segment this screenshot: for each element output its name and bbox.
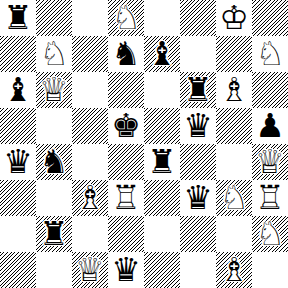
square-c5[interactable] <box>72 108 108 144</box>
black-knight-icon: ♞ <box>108 36 144 72</box>
square-h5[interactable]: ♟♟ <box>252 108 288 144</box>
black-bishop-icon: ♝ <box>144 36 180 72</box>
square-g7[interactable] <box>216 36 252 72</box>
square-h8[interactable] <box>252 0 288 36</box>
black-queen-icon: ♛ <box>180 180 216 216</box>
square-h6[interactable] <box>252 72 288 108</box>
square-g3[interactable]: ♞♘ <box>216 180 252 216</box>
white-bishop-icon: ♗ <box>216 72 252 108</box>
square-d8[interactable]: ♞♘ <box>108 0 144 36</box>
piece-halo: ♝ <box>216 72 252 108</box>
square-g1[interactable]: ♝♗ <box>216 252 252 288</box>
square-f5[interactable]: ♛♛ <box>180 108 216 144</box>
piece-halo: ♛ <box>180 180 216 216</box>
piece-halo: ♝ <box>72 180 108 216</box>
square-b2[interactable]: ♜♜ <box>36 216 72 252</box>
piece-halo: ♝ <box>216 252 252 288</box>
piece-halo: ♛ <box>0 144 36 180</box>
chess-board: ♜♜♞♘♚♔♞♘♞♞♝♝♞♘♝♝♛♕♜♜♝♗♚♚♛♛♟♟♛♛♞♞♜♜♛♕♝♗♜♖… <box>0 0 288 288</box>
black-rook-icon: ♜ <box>144 144 180 180</box>
white-queen-icon: ♕ <box>252 144 288 180</box>
square-b3[interactable] <box>36 180 72 216</box>
square-e2[interactable] <box>144 216 180 252</box>
piece-halo: ♜ <box>144 144 180 180</box>
square-a4[interactable]: ♛♛ <box>0 144 36 180</box>
white-queen-icon: ♕ <box>36 72 72 108</box>
square-c4[interactable] <box>72 144 108 180</box>
white-bishop-icon: ♗ <box>72 180 108 216</box>
white-knight-icon: ♘ <box>252 36 288 72</box>
white-knight-icon: ♘ <box>108 0 144 36</box>
piece-halo: ♜ <box>252 180 288 216</box>
square-a1[interactable] <box>0 252 36 288</box>
piece-halo: ♜ <box>180 72 216 108</box>
square-c6[interactable] <box>72 72 108 108</box>
square-b1[interactable] <box>36 252 72 288</box>
white-bishop-icon: ♗ <box>216 252 252 288</box>
white-queen-icon: ♕ <box>72 252 108 288</box>
square-a3[interactable] <box>0 180 36 216</box>
white-rook-icon: ♖ <box>252 180 288 216</box>
square-d1[interactable]: ♛♛ <box>108 252 144 288</box>
white-knight-icon: ♘ <box>36 36 72 72</box>
square-h3[interactable]: ♜♖ <box>252 180 288 216</box>
square-g5[interactable] <box>216 108 252 144</box>
square-c8[interactable] <box>72 0 108 36</box>
square-b7[interactable]: ♞♘ <box>36 36 72 72</box>
square-c3[interactable]: ♝♗ <box>72 180 108 216</box>
piece-halo: ♛ <box>180 108 216 144</box>
black-rook-icon: ♜ <box>180 72 216 108</box>
square-a8[interactable]: ♜♜ <box>0 0 36 36</box>
piece-halo: ♛ <box>108 252 144 288</box>
square-g8[interactable]: ♚♔ <box>216 0 252 36</box>
piece-halo: ♝ <box>0 72 36 108</box>
square-h1[interactable] <box>252 252 288 288</box>
square-c1[interactable]: ♛♕ <box>72 252 108 288</box>
square-e5[interactable] <box>144 108 180 144</box>
square-h4[interactable]: ♛♕ <box>252 144 288 180</box>
piece-halo: ♛ <box>72 252 108 288</box>
piece-halo: ♚ <box>216 0 252 36</box>
square-h2[interactable]: ♞♘ <box>252 216 288 252</box>
square-a7[interactable] <box>0 36 36 72</box>
square-d3[interactable]: ♜♖ <box>108 180 144 216</box>
square-f6[interactable]: ♜♜ <box>180 72 216 108</box>
square-g2[interactable] <box>216 216 252 252</box>
black-rook-icon: ♜ <box>0 0 36 36</box>
black-queen-icon: ♛ <box>180 108 216 144</box>
square-e4[interactable]: ♜♜ <box>144 144 180 180</box>
square-f2[interactable] <box>180 216 216 252</box>
square-a6[interactable]: ♝♝ <box>0 72 36 108</box>
square-d6[interactable] <box>108 72 144 108</box>
piece-halo: ♜ <box>108 180 144 216</box>
white-knight-icon: ♘ <box>216 180 252 216</box>
piece-halo: ♜ <box>0 0 36 36</box>
piece-halo: ♚ <box>108 108 144 144</box>
square-h7[interactable]: ♞♘ <box>252 36 288 72</box>
square-c7[interactable] <box>72 36 108 72</box>
square-f1[interactable] <box>180 252 216 288</box>
piece-halo: ♞ <box>36 144 72 180</box>
piece-halo: ♞ <box>252 216 288 252</box>
square-e8[interactable] <box>144 0 180 36</box>
piece-halo: ♞ <box>216 180 252 216</box>
square-g4[interactable] <box>216 144 252 180</box>
square-b8[interactable] <box>36 0 72 36</box>
black-bishop-icon: ♝ <box>0 72 36 108</box>
square-g6[interactable]: ♝♗ <box>216 72 252 108</box>
square-b6[interactable]: ♛♕ <box>36 72 72 108</box>
piece-halo: ♞ <box>108 0 144 36</box>
square-d2[interactable] <box>108 216 144 252</box>
piece-halo: ♜ <box>36 216 72 252</box>
square-f4[interactable] <box>180 144 216 180</box>
square-d5[interactable]: ♚♚ <box>108 108 144 144</box>
square-f8[interactable] <box>180 0 216 36</box>
white-king-icon: ♔ <box>216 0 252 36</box>
square-e3[interactable] <box>144 180 180 216</box>
black-rook-icon: ♜ <box>36 216 72 252</box>
square-e1[interactable] <box>144 252 180 288</box>
black-queen-icon: ♛ <box>108 252 144 288</box>
square-b4[interactable]: ♞♞ <box>36 144 72 180</box>
square-a5[interactable] <box>0 108 36 144</box>
square-b5[interactable] <box>36 108 72 144</box>
black-king-icon: ♚ <box>108 108 144 144</box>
black-pawn-icon: ♟ <box>252 108 288 144</box>
black-queen-icon: ♛ <box>0 144 36 180</box>
piece-halo: ♛ <box>36 72 72 108</box>
piece-halo: ♞ <box>252 36 288 72</box>
piece-halo: ♞ <box>108 36 144 72</box>
piece-halo: ♟ <box>252 108 288 144</box>
square-d4[interactable] <box>108 144 144 180</box>
square-c2[interactable] <box>72 216 108 252</box>
piece-halo: ♞ <box>36 36 72 72</box>
piece-halo: ♛ <box>252 144 288 180</box>
white-knight-icon: ♘ <box>252 216 288 252</box>
piece-halo: ♝ <box>144 36 180 72</box>
square-e7[interactable]: ♝♝ <box>144 36 180 72</box>
black-knight-icon: ♞ <box>36 144 72 180</box>
square-e6[interactable] <box>144 72 180 108</box>
square-f3[interactable]: ♛♛ <box>180 180 216 216</box>
square-a2[interactable] <box>0 216 36 252</box>
square-f7[interactable] <box>180 36 216 72</box>
square-d7[interactable]: ♞♞ <box>108 36 144 72</box>
white-rook-icon: ♖ <box>108 180 144 216</box>
